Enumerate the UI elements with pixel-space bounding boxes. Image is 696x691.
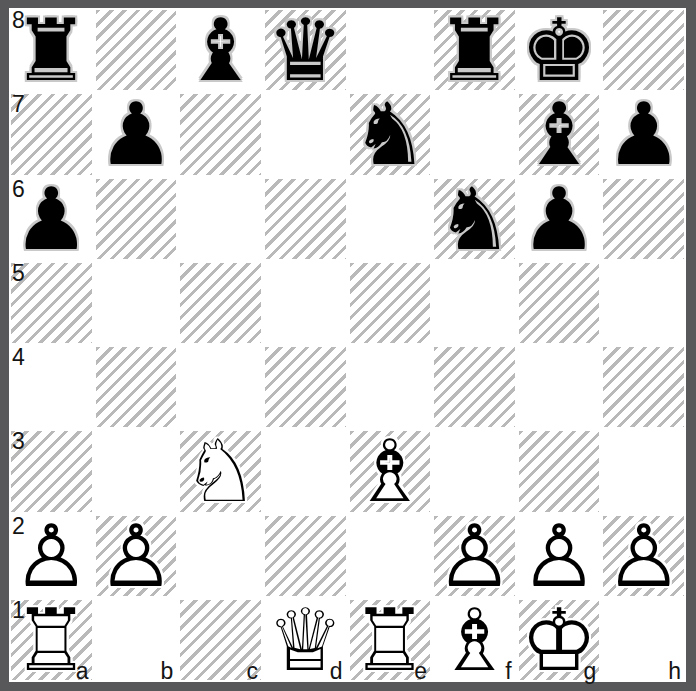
square-e1[interactable]: e♜♖ (348, 598, 433, 682)
square-b2[interactable]: ♟♙ (94, 514, 179, 598)
square-b5[interactable] (94, 261, 179, 345)
square-c8[interactable]: ♝ (178, 8, 263, 92)
black-pawn-piece[interactable]: ♟ (517, 177, 602, 261)
black-bishop-piece[interactable]: ♝ (517, 92, 602, 176)
square-a7[interactable]: 7 (9, 92, 94, 176)
white-pawn-outline-glyph: ♙ (517, 514, 602, 598)
square-d8[interactable]: ♛ (263, 8, 348, 92)
file-label-h: h (668, 658, 681, 684)
square-g4[interactable] (517, 345, 602, 429)
square-b6[interactable] (94, 177, 179, 261)
black-king-piece[interactable]: ♚ (517, 8, 602, 92)
square-a3[interactable]: 3 (9, 429, 94, 513)
square-b4[interactable] (94, 345, 179, 429)
square-c4[interactable] (178, 345, 263, 429)
black-queen-glyph: ♛ (263, 8, 348, 92)
file-label-c: c (246, 658, 258, 684)
white-pawn-piece[interactable]: ♟♙ (432, 514, 517, 598)
square-h4[interactable] (601, 345, 686, 429)
black-knight-piece[interactable]: ♞ (432, 177, 517, 261)
square-g6[interactable]: ♟ (517, 177, 602, 261)
rank-label-3: 3 (12, 428, 25, 454)
black-pawn-glyph: ♟ (517, 177, 602, 261)
white-pawn-piece[interactable]: ♟♙ (517, 514, 602, 598)
black-knight-glyph: ♞ (348, 92, 433, 176)
square-g8[interactable]: ♚ (517, 8, 602, 92)
square-c7[interactable] (178, 92, 263, 176)
square-f3[interactable] (432, 429, 517, 513)
white-pawn-piece[interactable]: ♟♙ (601, 514, 686, 598)
square-d4[interactable] (263, 345, 348, 429)
white-bishop-outline-glyph: ♗ (348, 429, 433, 513)
square-d7[interactable] (263, 92, 348, 176)
black-king-glyph: ♚ (517, 8, 602, 92)
black-pawn-glyph: ♟ (601, 92, 686, 176)
square-f1[interactable]: f♝♗ (432, 598, 517, 682)
square-g2[interactable]: ♟♙ (517, 514, 602, 598)
square-a1[interactable]: 1a♜♖ (9, 598, 94, 682)
white-rook-piece[interactable]: ♜♖ (9, 598, 94, 682)
white-knight-piece[interactable]: ♞♘ (178, 429, 263, 513)
white-king-piece[interactable]: ♚♔ (517, 598, 602, 682)
square-e3[interactable]: ♝♗ (348, 429, 433, 513)
chess-board: 8♜♝♛♜♚7♟♞♝♟6♟♞♟543♞♘♝♗2♟♙♟♙♟♙♟♙♟♙1a♜♖bcd… (9, 8, 686, 682)
white-queen-piece[interactable]: ♛♕ (263, 598, 348, 682)
square-g3[interactable] (517, 429, 602, 513)
black-knight-glyph: ♞ (432, 177, 517, 261)
square-c6[interactable] (178, 177, 263, 261)
file-label-b: b (160, 658, 173, 684)
square-h2[interactable]: ♟♙ (601, 514, 686, 598)
square-f5[interactable] (432, 261, 517, 345)
square-e5[interactable] (348, 261, 433, 345)
white-rook-piece[interactable]: ♜♖ (348, 598, 433, 682)
square-f6[interactable]: ♞ (432, 177, 517, 261)
square-a8[interactable]: 8♜ (9, 8, 94, 92)
black-pawn-piece[interactable]: ♟ (9, 177, 94, 261)
black-bishop-glyph: ♝ (178, 8, 263, 92)
square-b8[interactable] (94, 8, 179, 92)
white-bishop-piece[interactable]: ♝♗ (432, 598, 517, 682)
square-b7[interactable]: ♟ (94, 92, 179, 176)
black-rook-glyph: ♜ (9, 8, 94, 92)
square-f8[interactable]: ♜ (432, 8, 517, 92)
square-h8[interactable] (601, 8, 686, 92)
white-bishop-outline-glyph: ♗ (432, 598, 517, 682)
white-pawn-outline-glyph: ♙ (432, 514, 517, 598)
white-rook-outline-glyph: ♖ (348, 598, 433, 682)
square-g5[interactable] (517, 261, 602, 345)
square-a6[interactable]: 6♟ (9, 177, 94, 261)
square-a2[interactable]: 2♟♙ (9, 514, 94, 598)
square-d5[interactable] (263, 261, 348, 345)
white-queen-outline-glyph: ♕ (263, 598, 348, 682)
square-f7[interactable] (432, 92, 517, 176)
square-h1[interactable]: h (601, 598, 686, 682)
black-rook-glyph: ♜ (432, 8, 517, 92)
square-h5[interactable] (601, 261, 686, 345)
white-pawn-outline-glyph: ♙ (94, 514, 179, 598)
square-b3[interactable] (94, 429, 179, 513)
square-f4[interactable] (432, 345, 517, 429)
black-rook-piece[interactable]: ♜ (432, 8, 517, 92)
black-pawn-glyph: ♟ (94, 92, 179, 176)
black-rook-piece[interactable]: ♜ (9, 8, 94, 92)
white-pawn-piece[interactable]: ♟♙ (94, 514, 179, 598)
square-h7[interactable]: ♟ (601, 92, 686, 176)
square-f2[interactable]: ♟♙ (432, 514, 517, 598)
black-bishop-glyph: ♝ (517, 92, 602, 176)
square-c5[interactable] (178, 261, 263, 345)
square-d1[interactable]: d♛♕ (263, 598, 348, 682)
black-pawn-piece[interactable]: ♟ (94, 92, 179, 176)
white-bishop-piece[interactable]: ♝♗ (348, 429, 433, 513)
square-g7[interactable]: ♝ (517, 92, 602, 176)
black-queen-piece[interactable]: ♛ (263, 8, 348, 92)
square-h6[interactable] (601, 177, 686, 261)
square-a5[interactable]: 5 (9, 261, 94, 345)
board-frame: 8♜♝♛♜♚7♟♞♝♟6♟♞♟543♞♘♝♗2♟♙♟♙♟♙♟♙♟♙1a♜♖bcd… (0, 0, 696, 691)
white-king-outline-glyph: ♔ (517, 598, 602, 682)
white-pawn-piece[interactable]: ♟♙ (9, 514, 94, 598)
square-g1[interactable]: g♚♔ (517, 598, 602, 682)
square-c3[interactable]: ♞♘ (178, 429, 263, 513)
white-pawn-outline-glyph: ♙ (601, 514, 686, 598)
square-d2[interactable] (263, 514, 348, 598)
rank-label-4: 4 (12, 344, 25, 370)
square-d3[interactable] (263, 429, 348, 513)
black-pawn-piece[interactable]: ♟ (601, 92, 686, 176)
square-d6[interactable] (263, 177, 348, 261)
square-e6[interactable] (348, 177, 433, 261)
white-knight-outline-glyph: ♘ (178, 429, 263, 513)
square-e4[interactable] (348, 345, 433, 429)
square-e2[interactable] (348, 514, 433, 598)
white-pawn-outline-glyph: ♙ (9, 514, 94, 598)
square-h3[interactable] (601, 429, 686, 513)
square-e8[interactable] (348, 8, 433, 92)
white-rook-outline-glyph: ♖ (9, 598, 94, 682)
square-b1[interactable]: b (94, 598, 179, 682)
black-knight-piece[interactable]: ♞ (348, 92, 433, 176)
square-c1[interactable]: c (178, 598, 263, 682)
square-c2[interactable] (178, 514, 263, 598)
black-bishop-piece[interactable]: ♝ (178, 8, 263, 92)
black-pawn-glyph: ♟ (9, 177, 94, 261)
square-a4[interactable]: 4 (9, 345, 94, 429)
square-e7[interactable]: ♞ (348, 92, 433, 176)
